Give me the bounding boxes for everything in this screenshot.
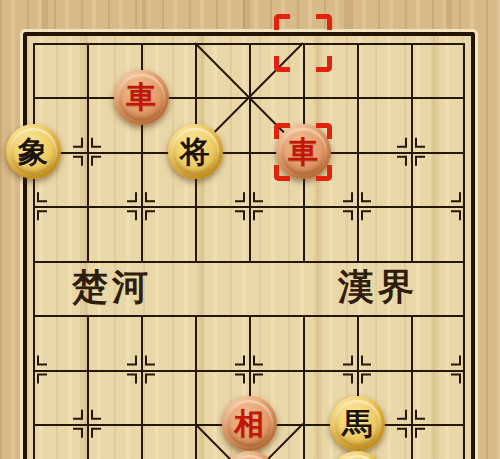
piece-character: 馬 xyxy=(342,409,372,439)
grid-cell xyxy=(249,261,303,315)
grid-cell xyxy=(303,206,357,260)
grid-cell xyxy=(357,152,411,206)
piece-face xyxy=(226,455,273,459)
grid-cell xyxy=(411,315,465,369)
piece-車-red[interactable]: 車 xyxy=(114,70,169,125)
grid-cell xyxy=(141,370,195,424)
piece-face: 将 xyxy=(172,128,219,175)
grid-cell xyxy=(411,424,465,459)
river-label-left: 楚河 xyxy=(62,266,162,306)
grid-cell xyxy=(87,152,141,206)
grid-cell xyxy=(411,97,465,151)
grid-cell xyxy=(357,43,411,97)
grid-cell xyxy=(141,315,195,369)
grid-cell xyxy=(303,43,357,97)
grid-cell xyxy=(87,206,141,260)
grid-cell xyxy=(87,424,141,459)
grid-cell xyxy=(141,206,195,260)
piece-face: 車 xyxy=(280,128,327,175)
grid-cell xyxy=(87,370,141,424)
grid-cell xyxy=(141,424,195,459)
grid-cell xyxy=(33,315,87,369)
piece-face: 車 xyxy=(118,74,165,121)
grid-cell xyxy=(411,370,465,424)
piece-将-black[interactable]: 将 xyxy=(168,124,223,179)
grid-cell xyxy=(411,43,465,97)
piece-象-black[interactable]: 象 xyxy=(6,124,61,179)
grid-cell xyxy=(87,315,141,369)
grid-cell xyxy=(411,152,465,206)
bracket-corner-tr xyxy=(316,14,332,30)
piece-face: 相 xyxy=(226,400,273,447)
grid-cell xyxy=(411,206,465,260)
bracket-corner-tl xyxy=(274,14,290,30)
grid-cell xyxy=(357,97,411,151)
piece-character: 車 xyxy=(288,137,318,167)
grid-cell xyxy=(195,315,249,369)
piece-車-red[interactable]: 車 xyxy=(276,124,331,179)
grid-cell xyxy=(33,370,87,424)
grid-cell xyxy=(195,206,249,260)
grid-cell xyxy=(249,315,303,369)
grid-cell xyxy=(33,424,87,459)
grid-cell xyxy=(33,43,87,97)
grid-cell xyxy=(249,43,303,97)
grid-cell xyxy=(195,261,249,315)
piece-character: 相 xyxy=(234,409,264,439)
piece-相-red[interactable]: 相 xyxy=(222,396,277,451)
grid-cell xyxy=(195,43,249,97)
grid-cell xyxy=(357,206,411,260)
piece-馬-black[interactable]: 馬 xyxy=(330,396,385,451)
piece-character: 車 xyxy=(126,82,156,112)
piece-character: 将 xyxy=(180,137,210,167)
piece-face: 象 xyxy=(10,128,57,175)
piece-face xyxy=(334,455,381,459)
xiangqi-screenshot: 楚河 漢界 車象将車相馬 xyxy=(0,0,500,459)
grid-cell xyxy=(249,206,303,260)
grid-cell xyxy=(303,315,357,369)
grid-cell xyxy=(33,206,87,260)
river-label-right: 漢界 xyxy=(328,266,428,306)
piece-face: 馬 xyxy=(334,400,381,447)
piece-character: 象 xyxy=(18,137,48,167)
grid-cell xyxy=(357,315,411,369)
